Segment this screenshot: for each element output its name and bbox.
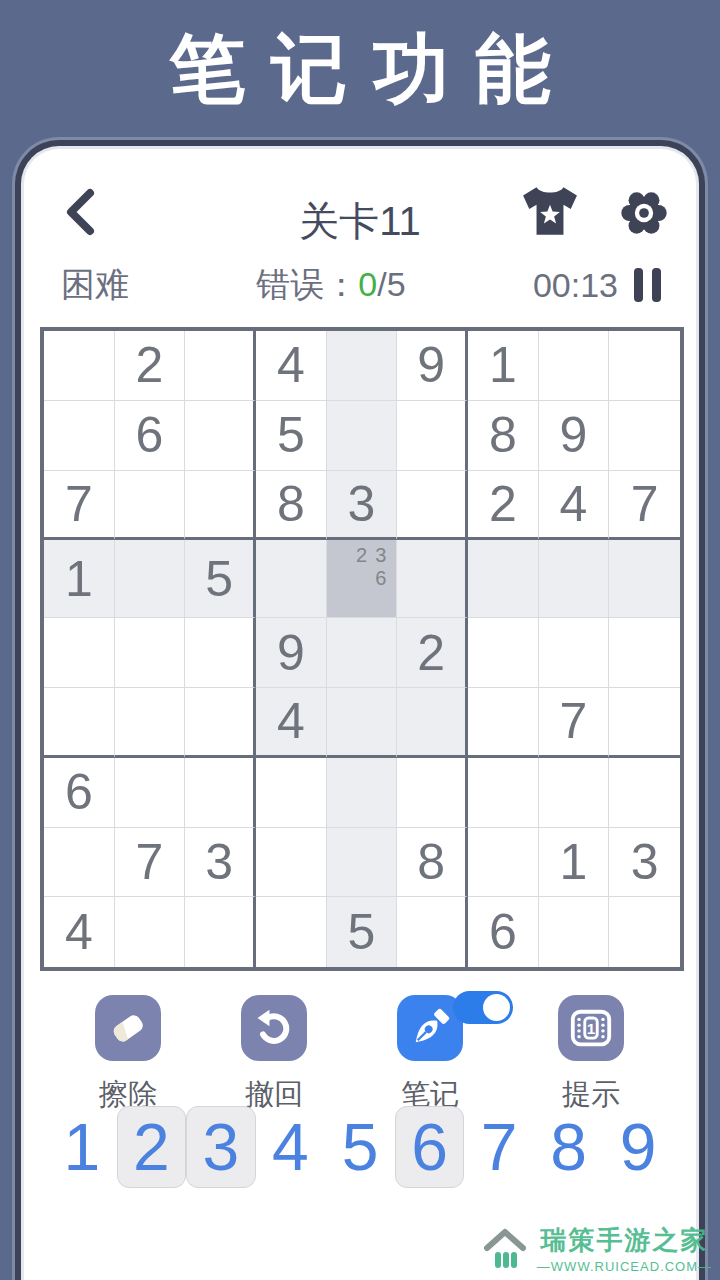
cell-r2c6[interactable] [397, 401, 468, 471]
cell-r4c4[interactable] [256, 540, 327, 618]
cell-r7c7[interactable] [468, 758, 539, 828]
tool-hint: 1 提示 [531, 995, 651, 1115]
gear-icon [617, 186, 671, 240]
cell-r9c8[interactable] [539, 897, 610, 967]
cell-r7c3[interactable] [185, 758, 256, 828]
numpad-5[interactable]: 5 [325, 1106, 395, 1188]
tool-notes: 笔记 [370, 995, 490, 1115]
cell-r5c8[interactable] [539, 618, 610, 688]
numpad-9[interactable]: 9 [603, 1106, 673, 1188]
numpad-6[interactable]: 6 [395, 1106, 465, 1188]
cell-r2c5[interactable] [327, 401, 398, 471]
cell-r9c9[interactable] [609, 897, 680, 967]
cell-r5c9[interactable] [609, 618, 680, 688]
cell-r1c7[interactable]: 1 [468, 331, 539, 401]
number-pad: 123456789 [47, 1105, 673, 1189]
timer: 00:13 [533, 266, 618, 305]
numpad-1[interactable]: 1 [47, 1106, 117, 1188]
cell-r2c8[interactable]: 9 [539, 401, 610, 471]
difficulty-label: 困难 [61, 262, 129, 308]
settings-button[interactable] [617, 186, 671, 240]
hint-button[interactable]: 1 [558, 995, 624, 1061]
errors-label: 错误： [256, 265, 358, 303]
cell-r8c1[interactable] [44, 828, 115, 898]
watermark-url: —WWW.RUICEAD.COM— [537, 1259, 712, 1274]
cell-r5c1[interactable] [44, 618, 115, 688]
cell-r7c1[interactable]: 6 [44, 758, 115, 828]
cell-r3c5[interactable]: 3 [327, 471, 398, 541]
cell-r5c5[interactable] [327, 618, 398, 688]
undo-button[interactable] [241, 995, 307, 1061]
cell-r5c4[interactable]: 9 [256, 618, 327, 688]
cell-r4c6[interactable] [397, 540, 468, 618]
page-title: 笔记功能 [0, 0, 720, 140]
cell-r1c5[interactable] [327, 331, 398, 401]
cell-r6c2[interactable] [115, 688, 186, 758]
house-icon [481, 1226, 529, 1272]
pause-button[interactable] [632, 266, 663, 304]
erase-button[interactable] [95, 995, 161, 1061]
cell-r8c2[interactable]: 7 [115, 828, 186, 898]
cell-r3c7[interactable]: 2 [468, 471, 539, 541]
cell-r8c3[interactable]: 3 [185, 828, 256, 898]
cell-r3c1[interactable]: 7 [44, 471, 115, 541]
numpad-4[interactable]: 4 [256, 1106, 326, 1188]
cell-r1c9[interactable] [609, 331, 680, 401]
pencil-notes: 236 [327, 540, 397, 617]
cell-r9c2[interactable] [115, 897, 186, 967]
level-title: 关卡11 [21, 194, 699, 249]
cell-r8c4[interactable] [256, 828, 327, 898]
cell-r8c5[interactable] [327, 828, 398, 898]
tool-erase: 擦除 [68, 995, 188, 1115]
numpad-2[interactable]: 2 [117, 1106, 187, 1188]
watermark: 瑞策手游之家 —WWW.RUICEAD.COM— [481, 1223, 712, 1274]
hint-video-icon: 1 [568, 1005, 614, 1051]
cell-r6c6[interactable] [397, 688, 468, 758]
cell-r5c6[interactable]: 2 [397, 618, 468, 688]
cell-r3c4[interactable]: 8 [256, 471, 327, 541]
cell-r9c3[interactable] [185, 897, 256, 967]
cell-r2c4[interactable]: 5 [256, 401, 327, 471]
cell-r1c8[interactable] [539, 331, 610, 401]
cell-r9c7[interactable]: 6 [468, 897, 539, 967]
cell-r6c5[interactable] [327, 688, 398, 758]
undo-icon [252, 1006, 296, 1050]
cell-r6c8[interactable]: 7 [539, 688, 610, 758]
numpad-8[interactable]: 8 [534, 1106, 604, 1188]
cell-r7c5[interactable] [327, 758, 398, 828]
cell-r1c6[interactable]: 9 [397, 331, 468, 401]
theme-button[interactable] [521, 184, 579, 240]
cell-r7c2[interactable] [115, 758, 186, 828]
cell-r6c3[interactable] [185, 688, 256, 758]
cell-r4c9[interactable] [609, 540, 680, 618]
cell-r6c7[interactable] [468, 688, 539, 758]
cell-r2c7[interactable]: 8 [468, 401, 539, 471]
cell-r7c6[interactable] [397, 758, 468, 828]
eraser-icon [106, 1006, 150, 1050]
cell-r8c6[interactable]: 8 [397, 828, 468, 898]
numpad-3[interactable]: 3 [186, 1106, 256, 1188]
cell-r9c5[interactable]: 5 [327, 897, 398, 967]
tshirt-star-icon [521, 184, 579, 240]
cell-r4c8[interactable] [539, 540, 610, 618]
game-card: 关卡11 困难 错误：0/5 00:13 24916589783 [15, 140, 705, 1280]
cell-r2c9[interactable] [609, 401, 680, 471]
cell-r4c2[interactable] [115, 540, 186, 618]
cell-r4c5[interactable]: 236 [327, 540, 398, 618]
cell-r3c2[interactable] [115, 471, 186, 541]
cell-r2c2[interactable]: 6 [115, 401, 186, 471]
cell-r4c7[interactable] [468, 540, 539, 618]
sudoku-board: 24916589783247152369247673813456 [40, 327, 684, 971]
cell-r5c2[interactable] [115, 618, 186, 688]
cell-r8c8[interactable]: 1 [539, 828, 610, 898]
cell-r8c9[interactable]: 3 [609, 828, 680, 898]
status-bar: 困难 错误：0/5 00:13 [21, 262, 699, 308]
cell-r6c4[interactable]: 4 [256, 688, 327, 758]
cell-r9c1[interactable]: 4 [44, 897, 115, 967]
cell-r1c2[interactable]: 2 [115, 331, 186, 401]
notes-toggle[interactable] [453, 991, 513, 1024]
cell-r5c7[interactable] [468, 618, 539, 688]
cell-r9c6[interactable] [397, 897, 468, 967]
errors-total: /5 [377, 265, 405, 303]
cell-r7c4[interactable] [256, 758, 327, 828]
cell-r9c4[interactable] [256, 897, 327, 967]
cell-r3c9[interactable]: 7 [609, 471, 680, 541]
tool-undo: 撤回 [214, 995, 334, 1115]
errors-current: 0 [358, 265, 377, 303]
cell-r1c4[interactable]: 4 [256, 331, 327, 401]
hint-badge: 1 [587, 1020, 596, 1037]
numpad-7[interactable]: 7 [464, 1106, 534, 1188]
cell-r6c1[interactable] [44, 688, 115, 758]
cell-r8c7[interactable] [468, 828, 539, 898]
pen-icon [408, 1006, 452, 1050]
cell-r1c3[interactable] [185, 331, 256, 401]
cell-r3c8[interactable]: 4 [539, 471, 610, 541]
cell-r6c9[interactable] [609, 688, 680, 758]
cell-r7c8[interactable] [539, 758, 610, 828]
cell-r3c3[interactable] [185, 471, 256, 541]
watermark-brand: 瑞策手游之家 [540, 1223, 708, 1258]
cell-r4c3[interactable]: 5 [185, 540, 256, 618]
cell-r1c1[interactable] [44, 331, 115, 401]
cell-r3c6[interactable] [397, 471, 468, 541]
toggle-knob [483, 994, 510, 1021]
errors-counter: 错误：0/5 [256, 262, 405, 308]
cell-r2c3[interactable] [185, 401, 256, 471]
notes-button[interactable] [397, 995, 463, 1061]
cell-r5c3[interactable] [185, 618, 256, 688]
cell-r2c1[interactable] [44, 401, 115, 471]
cell-r7c9[interactable] [609, 758, 680, 828]
pause-icon [634, 268, 643, 302]
cell-r4c1[interactable]: 1 [44, 540, 115, 618]
